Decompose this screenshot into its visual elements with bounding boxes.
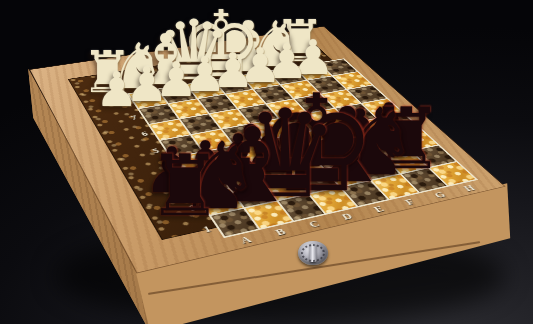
piece-white-pawn-a7[interactable]: ♟ xyxy=(95,66,138,114)
piece-dark-rook-a1[interactable]: ♜ xyxy=(147,144,222,228)
pieces-layer: ♜♞♝♛♚♝♞♜♟♟♟♟♟♟♟♟♟♟♟♟♟♟♟♟♜♞♝♛♚♝♞♜ xyxy=(0,0,533,324)
photo-stage: 87654321 ABCDEFGH ♜♞♝♛♚♝♞♜♟♟♟♟♟♟♟♟♟♟♟♟♟♟… xyxy=(0,0,533,324)
